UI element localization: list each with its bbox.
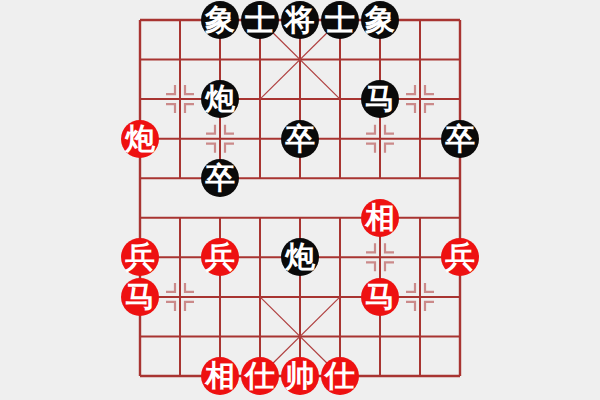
red-horse[interactable]: 马 (361, 278, 399, 316)
red-elephant[interactable]: 相 (361, 199, 399, 237)
red-soldier[interactable]: 兵 (121, 238, 159, 276)
black-advisor[interactable]: 士 (241, 1, 279, 39)
red-general[interactable]: 帅 (281, 357, 319, 395)
black-soldier[interactable]: 卒 (201, 159, 239, 197)
red-advisor[interactable]: 仕 (241, 357, 279, 395)
black-cannon[interactable]: 炮 (201, 80, 239, 118)
red-soldier[interactable]: 兵 (441, 238, 479, 276)
black-horse[interactable]: 马 (361, 80, 399, 118)
black-advisor[interactable]: 士 (321, 1, 359, 39)
black-general[interactable]: 将 (281, 1, 319, 39)
red-horse[interactable]: 马 (121, 278, 159, 316)
red-cannon[interactable]: 炮 (121, 120, 159, 158)
black-elephant[interactable]: 象 (361, 1, 399, 39)
xiangqi-board[interactable]: 象士将士象炮马炮卒卒卒相兵兵炮兵马马相仕帅仕 (120, 0, 480, 396)
red-advisor[interactable]: 仕 (321, 357, 359, 395)
black-soldier[interactable]: 卒 (441, 120, 479, 158)
black-cannon[interactable]: 炮 (281, 238, 319, 276)
xiangqi-app: 象士将士象炮马炮卒卒卒相兵兵炮兵马马相仕帅仕 (0, 0, 600, 400)
red-soldier[interactable]: 兵 (201, 238, 239, 276)
red-elephant[interactable]: 相 (201, 357, 239, 395)
black-soldier[interactable]: 卒 (281, 120, 319, 158)
black-elephant[interactable]: 象 (201, 1, 239, 39)
